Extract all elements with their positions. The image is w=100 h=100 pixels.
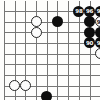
- black-stone[interactable]: 98: [73, 6, 84, 17]
- move-number: 92: [97, 40, 100, 46]
- move-number: 94: [97, 8, 100, 14]
- black-stone[interactable]: [95, 27, 100, 38]
- move-number: 98: [75, 8, 82, 14]
- black-stone[interactable]: [84, 27, 95, 38]
- white-stone[interactable]: [20, 80, 31, 91]
- move-number: 96: [86, 8, 93, 14]
- go-board[interactable]: 989694979092: [0, 0, 100, 100]
- black-stone[interactable]: 94: [95, 6, 100, 17]
- move-number: 90: [86, 40, 93, 46]
- black-stone[interactable]: [41, 91, 52, 100]
- white-stone[interactable]: [31, 16, 42, 27]
- white-stone[interactable]: [31, 27, 42, 38]
- page: 989694979092: [0, 0, 100, 100]
- move-number: 97: [97, 19, 100, 25]
- black-stone[interactable]: 96: [84, 6, 95, 17]
